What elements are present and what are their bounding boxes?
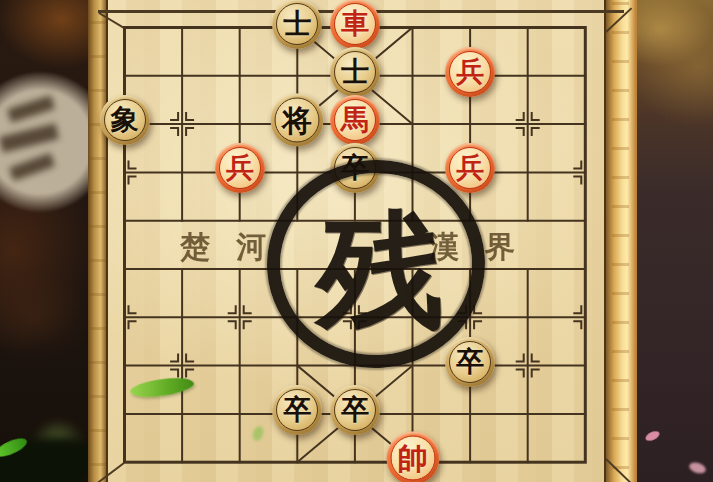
endgame-stamp-character: 残 [317,207,443,333]
piece-black-soldier[interactable]: 卒 [330,385,380,435]
piece-red-general[interactable]: 帥 [386,432,439,482]
piece-face: 兵 [219,147,261,189]
piece-red-horse[interactable]: 馬 [330,95,380,145]
piece-red-chariot[interactable]: 車 [330,0,380,49]
piece-face: 士 [334,51,376,93]
piece-black-elephant[interactable]: 象 [100,95,150,145]
piece-red-soldier[interactable]: 兵 [215,143,265,193]
piece-face: 将 [275,98,320,143]
piece-red-soldier[interactable]: 兵 [445,143,495,193]
piece-face: 馬 [334,99,376,141]
piece-glyph: 馬 [341,106,369,134]
piece-glyph: 卒 [283,396,311,424]
piece-face: 兵 [449,51,491,93]
piece-glyph: 象 [111,106,139,134]
piece-glyph: 兵 [456,58,484,86]
piece-face: 士 [276,3,318,45]
piece-black-advisor[interactable]: 士 [330,47,380,97]
piece-glyph: 兵 [456,154,484,182]
piece-black-advisor[interactable]: 士 [272,0,322,49]
piece-face: 卒 [449,341,491,383]
piece-glyph: 兵 [226,154,254,182]
piece-glyph: 卒 [456,348,484,376]
piece-glyph: 将 [282,105,312,135]
xiangqi-board[interactable]: 楚河 漢界 士車士兵象将馬兵卒兵卒卒卒帥 残 [88,0,637,482]
piece-face: 車 [334,3,376,45]
piece-face: 帥 [390,436,435,481]
piece-black-general[interactable]: 将 [271,94,324,147]
piece-glyph: 帥 [398,443,428,473]
piece-face: 卒 [276,389,318,431]
piece-glyph: 士 [283,10,311,38]
piece-red-soldier[interactable]: 兵 [445,47,495,97]
piece-black-soldier[interactable]: 卒 [272,385,322,435]
petal-decoration [644,429,661,443]
piece-face: 卒 [334,389,376,431]
piece-face: 兵 [449,147,491,189]
piece-black-soldier[interactable]: 卒 [445,337,495,387]
background-left [0,0,88,482]
piece-face: 象 [104,99,146,141]
background-right [637,0,713,482]
piece-glyph: 卒 [341,396,369,424]
screenshot-root: 楚河 漢界 士車士兵象将馬兵卒兵卒卒卒帥 残 [0,0,713,482]
piece-glyph: 車 [341,10,369,38]
piece-glyph: 士 [341,58,369,86]
petal-decoration [688,461,707,476]
